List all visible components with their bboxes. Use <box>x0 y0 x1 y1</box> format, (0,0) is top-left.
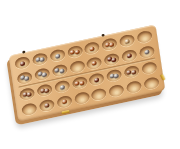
pit-r3c3[interactable] <box>54 80 70 94</box>
seed-gray <box>144 50 150 55</box>
pit-r3c6[interactable] <box>106 69 122 83</box>
pit-r3c1[interactable] <box>19 87 35 101</box>
pit-r4c5[interactable] <box>91 87 107 101</box>
seed-amber <box>79 81 85 86</box>
pit-r2c8[interactable] <box>138 45 154 59</box>
pit-r3c5[interactable] <box>89 72 105 86</box>
pit-r1c4[interactable] <box>67 45 83 59</box>
pit-r3c2[interactable] <box>37 83 53 97</box>
seed-amber <box>109 42 115 47</box>
pit-r4c6[interactable] <box>108 83 124 97</box>
pit-r4c2[interactable] <box>39 98 55 112</box>
pit-r3c7[interactable] <box>123 65 139 79</box>
seed-darkred <box>94 77 100 82</box>
seed-brown <box>131 70 137 75</box>
seed-gray <box>114 73 120 78</box>
pit-r2c5[interactable] <box>86 56 102 70</box>
pit-r2c4[interactable] <box>69 60 85 74</box>
pit-r1c2[interactable] <box>32 52 48 66</box>
seed-amber <box>90 46 96 51</box>
pit-r4c3[interactable] <box>56 94 72 108</box>
pit-r2c7[interactable] <box>121 49 137 63</box>
product-photo <box>0 0 180 149</box>
seed-amber <box>62 99 68 104</box>
pit-r4c4[interactable] <box>74 91 90 105</box>
pit-r1c8[interactable] <box>136 30 152 44</box>
pit-r2c2[interactable] <box>34 67 50 81</box>
seed-gray <box>59 85 65 90</box>
pit-r2c6[interactable] <box>104 52 120 66</box>
seed-gray <box>59 68 65 73</box>
seed-gray <box>39 57 45 62</box>
seed-tan <box>124 39 130 44</box>
seed-darkred <box>20 61 26 66</box>
seed-darkred <box>126 53 132 58</box>
pit-r4c1[interactable] <box>21 102 37 116</box>
brass-hinge-right <box>160 74 165 81</box>
seed-brown <box>44 103 50 108</box>
hinge-pin-left-icon <box>22 51 25 54</box>
seed-gray <box>55 53 61 58</box>
seed-brown <box>27 92 33 97</box>
pit-r1c3[interactable] <box>49 49 65 63</box>
seed-amber <box>74 50 80 55</box>
seed-darkred <box>111 57 117 62</box>
pit-r1c6[interactable] <box>101 37 117 51</box>
pit-r4c8[interactable] <box>143 76 159 90</box>
pit-r2c3[interactable] <box>52 63 68 77</box>
pit-r1c7[interactable] <box>119 34 135 48</box>
pit-r4c7[interactable] <box>126 80 142 94</box>
seed-brown <box>44 88 50 93</box>
hinge-pin-right-icon <box>101 34 104 37</box>
pit-r1c1[interactable] <box>15 56 31 70</box>
seed-amber <box>92 61 98 66</box>
pit-r2c1[interactable] <box>17 71 33 85</box>
pit-r1c5[interactable] <box>84 41 100 55</box>
seed-gray <box>24 76 30 81</box>
seed-gray <box>42 72 48 77</box>
pit-r3c4[interactable] <box>71 76 87 90</box>
pit-r3c8[interactable] <box>141 61 157 75</box>
mancala-board <box>9 25 166 122</box>
